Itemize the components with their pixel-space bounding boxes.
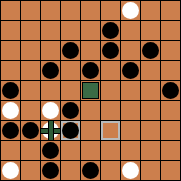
black-stone — [2, 82, 19, 99]
cell-r1c2[interactable] — [41, 21, 60, 40]
cell-r8c2[interactable] — [41, 161, 60, 180]
cell-r8c4[interactable] — [81, 161, 100, 180]
cell-r1c0[interactable] — [1, 21, 20, 40]
cell-r5c1[interactable] — [21, 101, 40, 120]
cell-r7c8[interactable] — [161, 141, 180, 160]
cell-r8c0[interactable] — [1, 161, 20, 180]
cell-r8c6[interactable] — [121, 161, 140, 180]
cell-r4c4[interactable] — [81, 81, 100, 100]
cell-r0c2[interactable] — [41, 1, 60, 20]
black-stone — [62, 102, 79, 119]
cell-r1c4[interactable] — [81, 21, 100, 40]
cell-r7c2[interactable] — [41, 141, 60, 160]
cell-r7c7[interactable] — [141, 141, 160, 160]
white-stone — [122, 2, 139, 19]
cell-r7c0[interactable] — [1, 141, 20, 160]
cell-r0c3[interactable] — [61, 1, 80, 20]
gray-frame-marker — [101, 121, 120, 140]
cell-r6c1[interactable] — [21, 121, 40, 140]
cell-r4c8[interactable] — [161, 81, 180, 100]
cell-r8c7[interactable] — [141, 161, 160, 180]
white-stone — [2, 102, 19, 119]
cell-r3c2[interactable] — [41, 61, 60, 80]
cell-r2c6[interactable] — [121, 41, 140, 60]
cell-r3c0[interactable] — [1, 61, 20, 80]
cell-r3c4[interactable] — [81, 61, 100, 80]
black-stone — [62, 122, 79, 139]
cell-r0c4[interactable] — [81, 1, 100, 20]
cell-r0c6[interactable] — [121, 1, 140, 20]
cell-r3c5[interactable] — [101, 61, 120, 80]
black-stone — [102, 22, 119, 39]
cell-r2c2[interactable] — [41, 41, 60, 60]
cell-r3c7[interactable] — [141, 61, 160, 80]
cell-r5c6[interactable] — [121, 101, 140, 120]
black-stone — [42, 142, 59, 159]
cell-r2c5[interactable] — [101, 41, 120, 60]
white-stone — [42, 102, 59, 119]
cell-r5c2[interactable] — [41, 101, 60, 120]
cell-r4c5[interactable] — [101, 81, 120, 100]
cell-r7c5[interactable] — [101, 141, 120, 160]
cell-r2c4[interactable] — [81, 41, 100, 60]
cell-r3c6[interactable] — [121, 61, 140, 80]
cell-r4c1[interactable] — [21, 81, 40, 100]
white-stone — [2, 162, 19, 179]
cell-r3c8[interactable] — [161, 61, 180, 80]
cell-r1c6[interactable] — [121, 21, 140, 40]
cell-r3c3[interactable] — [61, 61, 80, 80]
cell-r4c2[interactable] — [41, 81, 60, 100]
black-stone — [142, 42, 159, 59]
cell-r8c5[interactable] — [101, 161, 120, 180]
cell-r4c6[interactable] — [121, 81, 140, 100]
cell-r2c3[interactable] — [61, 41, 80, 60]
cell-r6c0[interactable] — [1, 121, 20, 140]
cell-r0c8[interactable] — [161, 1, 180, 20]
cell-r7c3[interactable] — [61, 141, 80, 160]
cell-r5c0[interactable] — [1, 101, 20, 120]
cell-r1c5[interactable] — [101, 21, 120, 40]
black-stone — [62, 42, 79, 59]
cell-r3c1[interactable] — [21, 61, 40, 80]
cell-r8c8[interactable] — [161, 161, 180, 180]
cell-r5c8[interactable] — [161, 101, 180, 120]
cell-r4c0[interactable] — [1, 81, 20, 100]
game-board — [0, 0, 181, 181]
cell-r0c0[interactable] — [1, 1, 20, 20]
cell-r2c1[interactable] — [21, 41, 40, 60]
black-stone — [42, 62, 59, 79]
cell-r8c3[interactable] — [61, 161, 80, 180]
cell-r1c7[interactable] — [141, 21, 160, 40]
black-stone — [22, 122, 39, 139]
cell-r0c1[interactable] — [21, 1, 40, 20]
white-stone — [122, 162, 139, 179]
cell-r1c8[interactable] — [161, 21, 180, 40]
cell-r6c7[interactable] — [141, 121, 160, 140]
cell-r1c1[interactable] — [21, 21, 40, 40]
cell-r5c3[interactable] — [61, 101, 80, 120]
black-stone — [102, 42, 119, 59]
cross-marker — [48, 121, 54, 140]
cell-r6c4[interactable] — [81, 121, 100, 140]
cell-r4c7[interactable] — [141, 81, 160, 100]
cell-r0c7[interactable] — [141, 1, 160, 20]
cell-r6c6[interactable] — [121, 121, 140, 140]
cell-r5c4[interactable] — [81, 101, 100, 120]
cell-r6c8[interactable] — [161, 121, 180, 140]
cell-r2c7[interactable] — [141, 41, 160, 60]
cell-r6c3[interactable] — [61, 121, 80, 140]
green-square-marker — [82, 82, 99, 99]
black-stone — [42, 162, 59, 179]
cell-r2c0[interactable] — [1, 41, 20, 60]
cell-r1c3[interactable] — [61, 21, 80, 40]
cell-r4c3[interactable] — [61, 81, 80, 100]
black-stone — [122, 62, 139, 79]
cell-r8c1[interactable] — [21, 161, 40, 180]
cell-r7c6[interactable] — [121, 141, 140, 160]
cell-r5c7[interactable] — [141, 101, 160, 120]
cell-r6c5[interactable] — [101, 121, 120, 140]
cell-r5c5[interactable] — [101, 101, 120, 120]
cell-r7c1[interactable] — [21, 141, 40, 160]
cell-r2c8[interactable] — [161, 41, 180, 60]
cell-r6c2[interactable] — [41, 121, 60, 140]
black-stone — [82, 62, 99, 79]
black-stone — [2, 122, 19, 139]
cell-r7c4[interactable] — [81, 141, 100, 160]
black-stone — [162, 82, 179, 99]
black-stone — [82, 162, 99, 179]
cell-r0c5[interactable] — [101, 1, 120, 20]
